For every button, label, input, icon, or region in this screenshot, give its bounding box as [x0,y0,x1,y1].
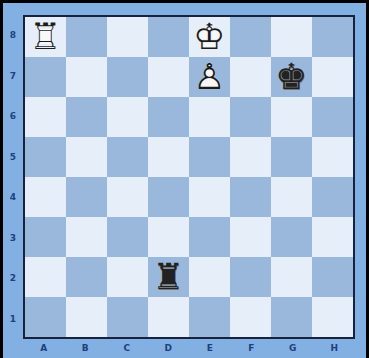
square-a6[interactable] [25,97,66,137]
square-h8[interactable] [312,17,353,57]
white-pawn-outline: ♙ [189,57,230,97]
square-b3[interactable] [66,217,107,257]
square-d3[interactable] [148,217,189,257]
square-b5[interactable] [66,137,107,177]
square-e2[interactable] [189,257,230,297]
square-b8[interactable] [66,17,107,57]
square-d1[interactable] [148,297,189,337]
square-e4[interactable] [189,177,230,217]
square-f4[interactable] [230,177,271,217]
square-h1[interactable] [312,297,353,337]
square-d7[interactable] [148,57,189,97]
white-rook-outline: ♖ [25,17,66,57]
square-d5[interactable] [148,137,189,177]
square-c1[interactable] [107,297,148,337]
square-c5[interactable] [107,137,148,177]
square-h3[interactable] [312,217,353,257]
file-label-h: H [314,339,356,357]
square-c3[interactable] [107,217,148,257]
square-g5[interactable] [271,137,312,177]
square-a8[interactable]: ♜♖ [25,17,66,57]
square-a1[interactable] [25,297,66,337]
square-d6[interactable] [148,97,189,137]
square-a3[interactable] [25,217,66,257]
square-h5[interactable] [312,137,353,177]
square-e7[interactable]: ♟♙ [189,57,230,97]
rank-label-7: 7 [3,56,23,97]
square-g6[interactable] [271,97,312,137]
square-d8[interactable] [148,17,189,57]
rank-label-8: 8 [3,15,23,56]
square-d4[interactable] [148,177,189,217]
square-f3[interactable] [230,217,271,257]
square-f7[interactable] [230,57,271,97]
white-pawn: ♟ [189,57,230,97]
rank-label-4: 4 [3,177,23,218]
square-b1[interactable] [66,297,107,337]
file-labels: ABCDEFGH [23,339,355,357]
square-f8[interactable] [230,17,271,57]
square-c4[interactable] [107,177,148,217]
black-king: ♚ [271,57,312,97]
rank-label-5: 5 [3,137,23,178]
rank-label-1: 1 [3,299,23,340]
file-label-d: D [148,339,190,357]
square-g4[interactable] [271,177,312,217]
square-g2[interactable] [271,257,312,297]
square-h4[interactable] [312,177,353,217]
square-g1[interactable] [271,297,312,337]
rank-label-6: 6 [3,96,23,137]
square-a7[interactable] [25,57,66,97]
file-label-a: A [23,339,65,357]
square-b2[interactable] [66,257,107,297]
square-g3[interactable] [271,217,312,257]
square-c7[interactable] [107,57,148,97]
square-c2[interactable] [107,257,148,297]
file-label-c: C [106,339,148,357]
black-rook: ♜ [148,257,189,297]
square-f6[interactable] [230,97,271,137]
square-g8[interactable] [271,17,312,57]
rank-labels: 87654321 [3,15,23,339]
square-c6[interactable] [107,97,148,137]
square-f5[interactable] [230,137,271,177]
square-e1[interactable] [189,297,230,337]
square-e3[interactable] [189,217,230,257]
file-label-g: G [272,339,314,357]
square-c8[interactable] [107,17,148,57]
square-a4[interactable] [25,177,66,217]
square-e6[interactable] [189,97,230,137]
square-g7[interactable]: ♚ [271,57,312,97]
square-f1[interactable] [230,297,271,337]
square-h2[interactable] [312,257,353,297]
square-e5[interactable] [189,137,230,177]
chessboard-frame: 87654321 ♜♖♚♔♟♙♚♜ ABCDEFGH [0,0,369,358]
square-d2[interactable]: ♜ [148,257,189,297]
white-king-outline: ♔ [189,17,230,57]
square-b6[interactable] [66,97,107,137]
file-label-f: F [231,339,273,357]
square-b7[interactable] [66,57,107,97]
white-king: ♚ [189,17,230,57]
file-label-b: B [65,339,107,357]
white-rook: ♜ [25,17,66,57]
square-e8[interactable]: ♚♔ [189,17,230,57]
square-f2[interactable] [230,257,271,297]
rank-label-3: 3 [3,218,23,259]
rank-label-2: 2 [3,258,23,299]
square-h7[interactable] [312,57,353,97]
chessboard: ♜♖♚♔♟♙♚♜ [23,15,355,339]
square-a2[interactable] [25,257,66,297]
square-a5[interactable] [25,137,66,177]
square-b4[interactable] [66,177,107,217]
file-label-e: E [189,339,231,357]
square-h6[interactable] [312,97,353,137]
